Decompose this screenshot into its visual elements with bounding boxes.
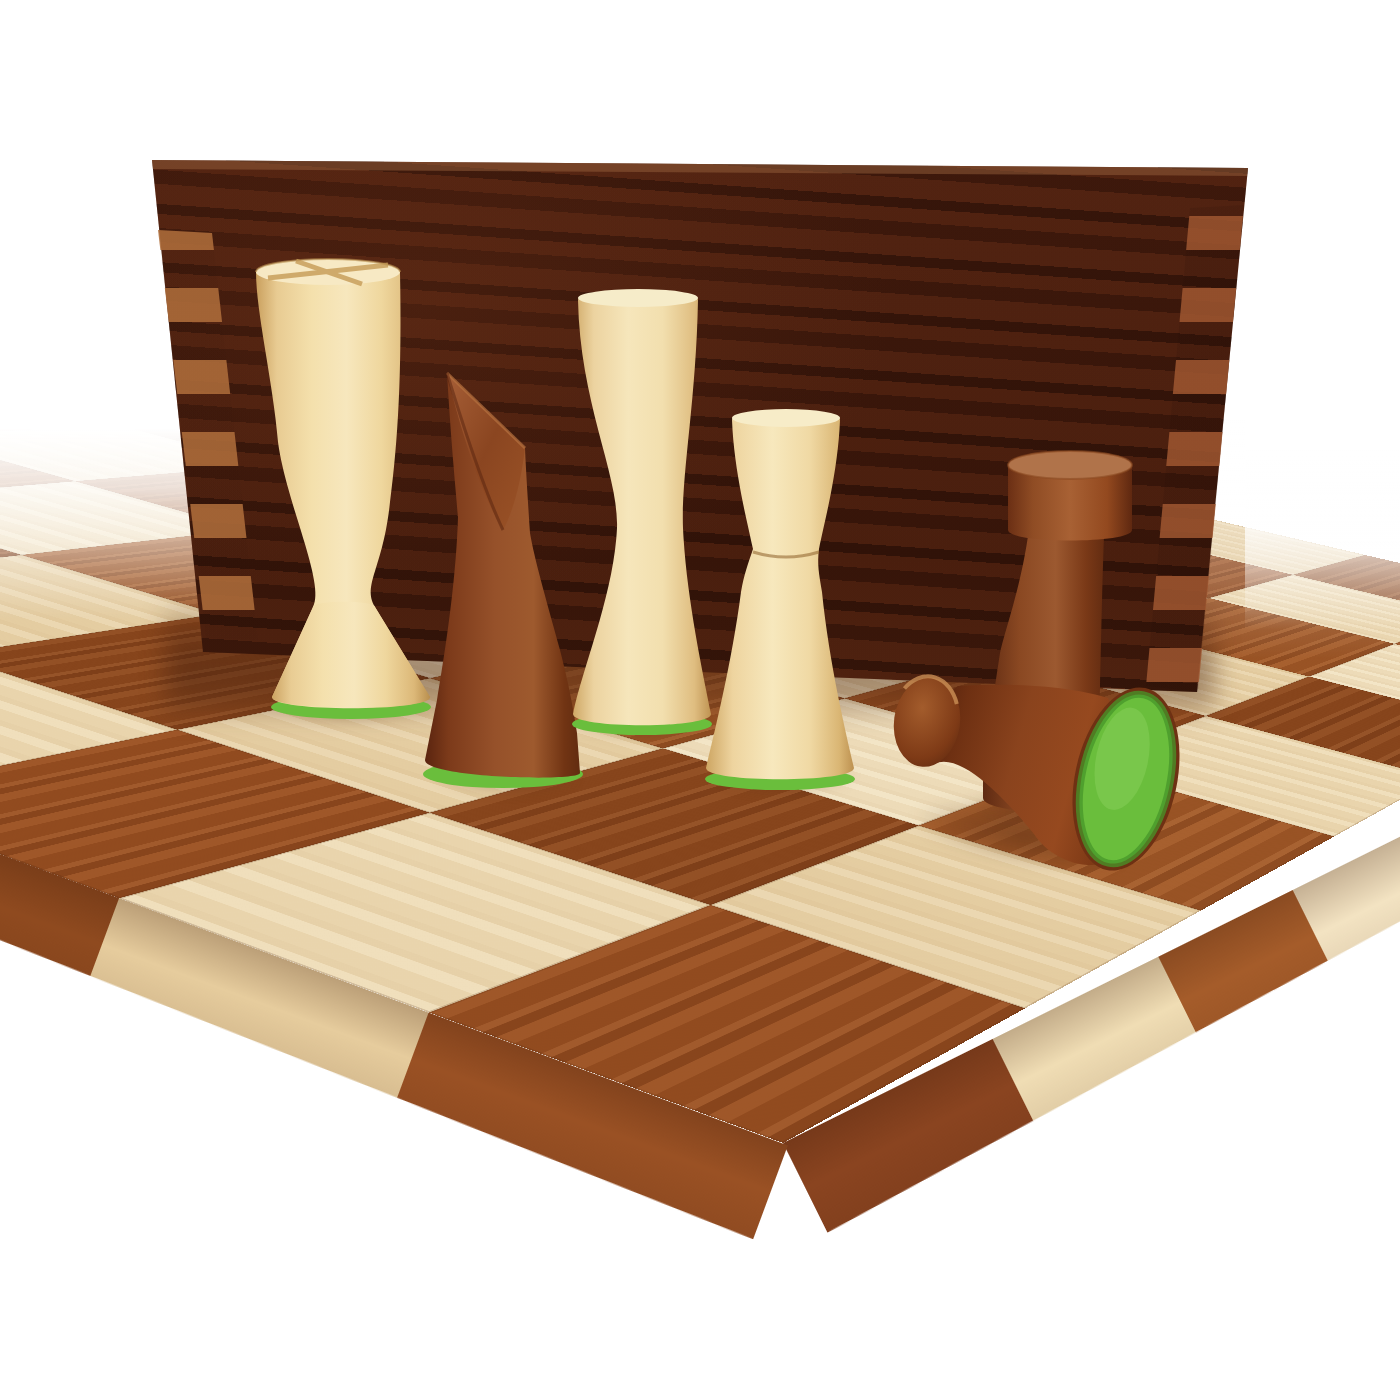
piece-black-bishop[interactable] [415, 362, 595, 807]
piece-black-pawn-fallen[interactable] [840, 670, 1180, 885]
scene-caption: Minimalist turned-wood chess set: corner… [0, 0, 1, 1]
piece-white-king[interactable] [240, 252, 440, 732]
piece-white-queen[interactable] [570, 284, 715, 749]
product-photo-stage: Minimalist turned-wood chess set: corner… [0, 0, 1400, 1400]
